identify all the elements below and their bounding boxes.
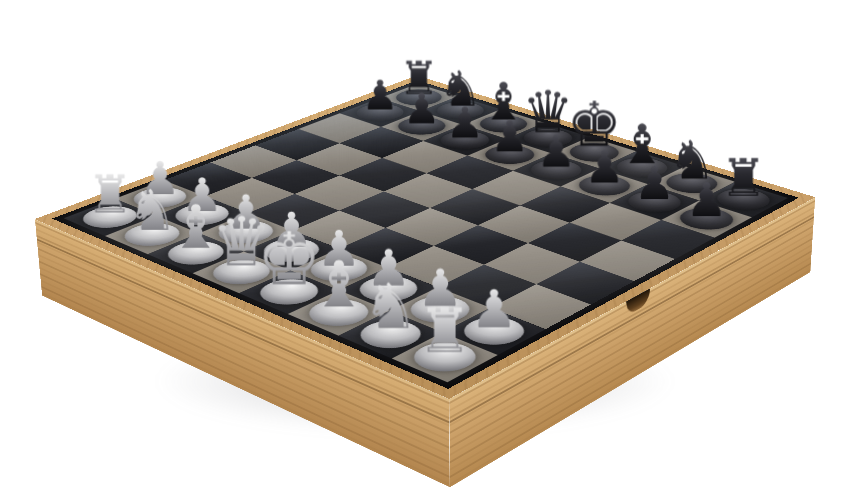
box-top-wood-rim: ♜♜♞♞♝♝♛♛♚♚♝♝♞♞♜♜♟♟♟♟♟♟♟♟♟♟♟♟♟♟♟♟♟♟♟♟♟♟♟♟… [35,75,815,398]
chess-set-photo: ♜♜♞♞♝♝♛♛♚♚♝♝♞♞♜♜♟♟♟♟♟♟♟♟♟♟♟♟♟♟♟♟♟♟♟♟♟♟♟♟… [0,0,867,498]
perspective-wrapper: ♜♜♞♞♝♝♛♛♚♚♝♝♞♞♜♜♟♟♟♟♟♟♟♟♟♟♟♟♟♟♟♟♟♟♟♟♟♟♟♟… [0,0,867,498]
